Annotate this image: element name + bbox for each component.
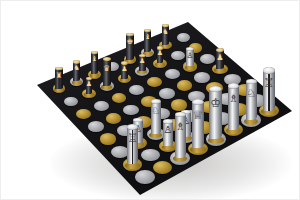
piece-black-bishop[interactable]: ♝ — [90, 51, 100, 77]
piece-black-pawn[interactable]: ♟ — [84, 77, 94, 96]
square-g5[interactable] — [194, 72, 210, 83]
piece-black-pawn[interactable]: ♟ — [214, 48, 225, 71]
piece-top-face — [192, 99, 204, 105]
piece-glyph-pawn: ♟ — [137, 58, 147, 65]
piece-glyph-rook: ♖ — [125, 133, 140, 145]
piece-top-face — [133, 118, 142, 123]
piece-glyph-knight: ♞ — [161, 29, 171, 36]
piece-white-queen[interactable]: ♕ — [190, 99, 205, 151]
piece-top-face — [228, 83, 239, 89]
piece-black-knight[interactable]: ♞ — [161, 24, 171, 47]
piece-top-face — [91, 51, 98, 54]
piece-top-face — [163, 119, 173, 124]
piece-white-bishop[interactable]: ♗ — [173, 112, 187, 160]
piece-white-rook[interactable]: ♖ — [125, 124, 140, 166]
piece-black-knight[interactable]: ♞ — [72, 60, 82, 83]
piece-glyph-pawn: ♙ — [185, 52, 196, 60]
piece-glyph-knight: ♘ — [244, 88, 258, 99]
square-a5[interactable] — [88, 121, 104, 132]
piece-top-face — [151, 99, 161, 104]
piece-black-queen[interactable]: ♛ — [101, 57, 112, 88]
piece-white-knight[interactable]: ♘ — [149, 99, 162, 136]
piece-glyph-knight: ♞ — [72, 65, 82, 72]
square-h6[interactable] — [200, 54, 215, 64]
piece-glyph-king: ♔ — [208, 97, 224, 109]
piece-white-knight[interactable]: ♘ — [244, 79, 258, 122]
piece-black-king[interactable]: ♚ — [125, 33, 136, 62]
square-a4[interactable] — [100, 133, 117, 144]
piece-glyph-king: ♚ — [125, 38, 136, 46]
piece-glyph-bishop: ♝ — [90, 56, 100, 63]
piece-white-rook[interactable]: ♖ — [261, 67, 277, 112]
piece-black-pawn[interactable]: ♟ — [137, 54, 147, 73]
piece-glyph-bishop: ♗ — [173, 121, 187, 132]
square-a7[interactable] — [64, 97, 78, 106]
piece-black-pawn[interactable]: ♟ — [155, 46, 165, 65]
square-e5[interactable] — [159, 88, 175, 99]
piece-glyph-pawn: ♟ — [120, 66, 130, 73]
piece-black-bishop[interactable]: ♝ — [143, 29, 153, 55]
piece-black-rook[interactable]: ♜ — [54, 67, 65, 91]
square-a6[interactable] — [76, 109, 91, 119]
piece-glyph-pawn: ♟ — [214, 53, 225, 61]
piece-glyph-rook: ♖ — [261, 77, 277, 89]
piece-white-king[interactable]: ♔ — [208, 86, 224, 141]
chess-set-scene: Modern designer metal chess set on a whi… — [0, 0, 300, 200]
square-h8[interactable] — [177, 33, 190, 42]
piece-glyph-pawn: ♟ — [155, 50, 165, 57]
piece-top-face — [263, 67, 276, 73]
square-a1[interactable] — [135, 170, 155, 183]
piece-white-pawn[interactable]: ♙ — [185, 47, 196, 68]
square-b2[interactable] — [141, 149, 160, 162]
piece-glyph-knight: ♘ — [149, 106, 162, 116]
piece-glyph-bishop: ♗ — [226, 93, 240, 104]
piece-glyph-queen: ♛ — [101, 64, 112, 72]
square-f5[interactable] — [177, 80, 193, 91]
piece-top-face — [126, 33, 134, 37]
piece-white-bishop[interactable]: ♗ — [226, 83, 240, 131]
piece-black-pawn[interactable]: ♟ — [120, 61, 130, 80]
piece-glyph-bishop: ♝ — [143, 34, 153, 41]
piece-glyph-pawn: ♟ — [84, 81, 94, 88]
piece-glyph-queen: ♕ — [190, 109, 205, 121]
piece-glyph-rook: ♜ — [54, 72, 65, 80]
square-b6[interactable] — [94, 101, 109, 111]
piece-top-face — [209, 86, 222, 92]
square-b5[interactable] — [106, 113, 122, 124]
